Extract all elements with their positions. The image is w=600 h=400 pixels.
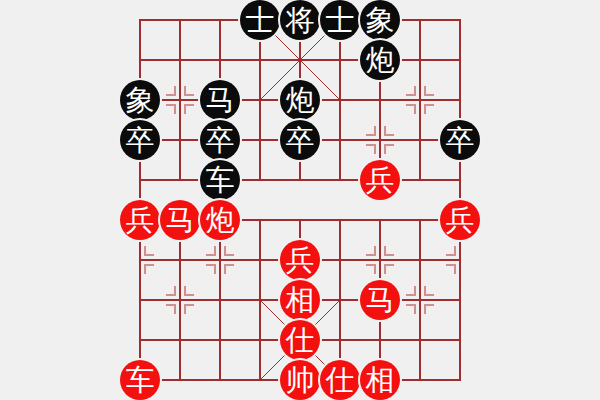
piece-red-soldier[interactable]: 兵 bbox=[280, 240, 320, 280]
piece-black-soldier[interactable]: 卒 bbox=[200, 120, 240, 160]
piece-red-horse[interactable]: 马 bbox=[160, 200, 200, 240]
piece-red-advisor[interactable]: 仕 bbox=[320, 360, 360, 400]
piece-black-cannon[interactable]: 炮 bbox=[360, 40, 400, 80]
xiangqi-board: 士将士象炮象马炮卒卒卒卒车兵兵马炮兵兵相马仕车帅仕相 bbox=[0, 0, 600, 400]
piece-red-elephant[interactable]: 相 bbox=[280, 280, 320, 320]
piece-red-soldier[interactable]: 兵 bbox=[440, 200, 480, 240]
piece-black-soldier[interactable]: 卒 bbox=[440, 120, 480, 160]
piece-red-general[interactable]: 帅 bbox=[280, 360, 320, 400]
piece-red-chariot[interactable]: 车 bbox=[120, 360, 160, 400]
piece-black-advisor[interactable]: 士 bbox=[240, 0, 280, 40]
piece-black-horse[interactable]: 马 bbox=[200, 80, 240, 120]
piece-black-elephant[interactable]: 象 bbox=[120, 80, 160, 120]
piece-red-advisor[interactable]: 仕 bbox=[280, 320, 320, 360]
piece-black-advisor[interactable]: 士 bbox=[320, 0, 360, 40]
piece-red-elephant[interactable]: 相 bbox=[360, 360, 400, 400]
piece-red-soldier[interactable]: 兵 bbox=[120, 200, 160, 240]
piece-black-chariot[interactable]: 车 bbox=[200, 160, 240, 200]
piece-red-cannon[interactable]: 炮 bbox=[200, 200, 240, 240]
piece-red-horse[interactable]: 马 bbox=[360, 280, 400, 320]
piece-black-cannon[interactable]: 炮 bbox=[280, 80, 320, 120]
piece-black-soldier[interactable]: 卒 bbox=[120, 120, 160, 160]
piece-red-soldier[interactable]: 兵 bbox=[360, 160, 400, 200]
piece-black-general[interactable]: 将 bbox=[280, 0, 320, 40]
piece-black-elephant[interactable]: 象 bbox=[360, 0, 400, 40]
piece-black-soldier[interactable]: 卒 bbox=[280, 120, 320, 160]
